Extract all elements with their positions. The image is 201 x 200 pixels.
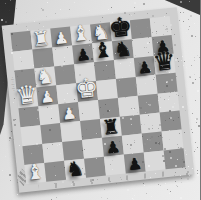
film-grain-dot <box>146 47 147 48</box>
film-grain-dot <box>152 32 153 33</box>
film-grain-dot <box>131 15 132 16</box>
film-grain-dot <box>132 40 133 41</box>
film-grain-dot <box>158 42 160 44</box>
square-d2[interactable] <box>82 138 104 159</box>
film-grain-dot <box>84 173 86 175</box>
film-grain-dot <box>153 39 154 40</box>
square-d8[interactable]: ♝ <box>70 24 92 45</box>
film-grain-dot <box>181 60 182 61</box>
film-grain-dot <box>41 176 42 177</box>
film-grain-dot <box>57 145 58 146</box>
film-grain-dot <box>197 90 199 92</box>
film-grain-dot <box>165 183 166 184</box>
film-grain-dot <box>182 106 184 108</box>
film-grain-dot <box>74 99 75 100</box>
film-grain-dot <box>191 129 192 130</box>
film-grain-dot <box>79 74 81 76</box>
film-grain-dot <box>192 132 193 133</box>
film-grain-dot <box>130 148 131 149</box>
film-grain-dot <box>181 178 182 179</box>
film-grain-dot <box>94 65 95 66</box>
film-grain-dot <box>144 124 145 125</box>
film-grain-dot <box>155 142 157 144</box>
piece-black-rook-e3[interactable]: ♜ <box>101 116 121 138</box>
film-grain-dot <box>111 7 112 8</box>
film-grain-dot <box>188 19 189 20</box>
piece-white-bishop-d8[interactable]: ♝ <box>71 22 92 45</box>
film-grain-dot <box>9 10 10 11</box>
film-grain-dot <box>192 168 193 169</box>
film-grain-dot <box>82 150 83 151</box>
square-d3[interactable] <box>80 119 102 140</box>
film-grain-dot <box>52 144 53 145</box>
film-grain-dot <box>173 120 174 121</box>
square-b2[interactable] <box>42 142 64 163</box>
film-grain-dot <box>98 46 99 47</box>
film-grain-dot <box>21 70 23 72</box>
film-grain-dot <box>129 14 130 15</box>
film-grain-dot <box>34 21 35 22</box>
film-grain-dot <box>134 140 135 141</box>
film-grain-dot <box>198 125 200 127</box>
film-grain-dot <box>133 115 134 116</box>
film-grain-dot <box>130 118 132 120</box>
piece-white-pawn-c8[interactable]: ♟ <box>53 30 69 47</box>
film-grain-dot <box>197 147 198 148</box>
film-grain-dot <box>3 29 4 30</box>
film-grain-dot <box>169 151 171 153</box>
square-c4[interactable]: ♟ <box>58 102 80 123</box>
film-grain-dot <box>58 44 59 45</box>
film-grain-dot <box>145 83 146 84</box>
square-c8[interactable]: ♟ <box>50 27 72 48</box>
film-grain-dot <box>197 55 198 56</box>
film-grain-dot <box>133 199 134 200</box>
film-grain-dot <box>195 149 196 150</box>
film-grain-dot <box>5 3 6 4</box>
film-grain-dot <box>125 45 126 46</box>
film-grain-dot <box>11 137 12 138</box>
piece-white-knight-b6[interactable]: ♞ <box>35 66 55 88</box>
film-grain-dot <box>156 33 157 34</box>
film-grain-dot <box>33 65 34 66</box>
film-grain-dot <box>74 2 75 3</box>
film-grain-dot <box>166 68 167 69</box>
film-grain-dot <box>19 145 20 146</box>
film-grain-dot <box>121 179 122 180</box>
film-grain-dot <box>147 42 149 44</box>
film-grain-dot <box>160 185 161 186</box>
film-grain-dot <box>166 71 167 72</box>
square-f4[interactable] <box>118 96 140 117</box>
piece-black-pawn-d7[interactable]: ♟ <box>75 47 91 64</box>
film-grain-dot <box>82 136 83 137</box>
film-grain-dot <box>103 114 104 115</box>
film-grain-dot <box>141 124 142 125</box>
piece-white-bishop-a1[interactable]: ♝ <box>25 161 46 184</box>
film-grain-dot <box>149 139 151 141</box>
film-grain-dot <box>164 91 165 92</box>
film-grain-dot <box>174 103 175 104</box>
film-grain-dot <box>127 49 128 50</box>
film-grain-dot <box>49 129 51 131</box>
film-grain-dot <box>91 58 93 60</box>
film-grain-dot <box>127 189 129 191</box>
film-grain-dot <box>64 102 66 104</box>
film-grain-dot <box>189 26 190 27</box>
film-grain-dot <box>187 171 189 173</box>
film-grain-dot <box>5 156 6 157</box>
square-e3[interactable]: ♜ <box>100 117 122 138</box>
film-grain-dot <box>112 160 113 161</box>
film-grain-dot <box>196 118 198 120</box>
film-grain-dot <box>191 65 192 66</box>
film-grain-dot <box>144 143 146 145</box>
film-grain-dot <box>162 137 163 138</box>
film-grain-dot <box>26 26 27 27</box>
piece-black-bishop-e7[interactable]: ♝ <box>92 39 113 62</box>
film-grain-dot <box>15 119 16 120</box>
film-grain-dot <box>3 82 4 83</box>
film-grain-dot <box>175 181 176 182</box>
film-grain-dot <box>105 123 106 124</box>
film-grain-dot <box>180 1 182 3</box>
film-grain-dot <box>199 77 200 78</box>
film-grain-dot <box>199 57 200 58</box>
film-grain-dot <box>108 9 109 10</box>
film-grain-dot <box>64 167 65 168</box>
film-grain-dot <box>189 1 190 2</box>
film-grain-dot <box>110 132 111 133</box>
piece-white-pawn-b5[interactable]: ♟ <box>39 89 55 106</box>
square-f7[interactable]: ♞ <box>112 39 134 60</box>
film-grain-dot <box>166 82 167 83</box>
film-grain-dot <box>150 70 151 71</box>
film-grain-dot <box>168 59 170 61</box>
film-grain-dot <box>120 63 121 64</box>
film-grain-dot <box>150 177 151 178</box>
film-grain-dot <box>11 131 12 132</box>
film-grain-dot <box>170 92 171 93</box>
film-grain-dot <box>142 161 144 163</box>
square-h3[interactable] <box>160 111 182 132</box>
film-grain-dot <box>143 183 144 184</box>
film-grain-dot <box>134 13 135 14</box>
film-grain-dot <box>147 139 148 140</box>
chess-photo: ·׀·׀·׀· ♜♟♝♞♚♟♝♞♟♞♟♛♛♟♚♟♜♟♝♞♟ <box>0 0 200 200</box>
film-grain-dot <box>174 175 175 176</box>
film-grain-dot <box>63 63 65 65</box>
film-grain-dot <box>143 3 145 5</box>
square-e1[interactable] <box>104 155 126 176</box>
square-f1[interactable]: ♟ <box>124 153 146 174</box>
film-grain-dot <box>108 77 109 78</box>
square-b6[interactable]: ♞ <box>34 66 56 87</box>
film-grain-dot <box>194 57 195 58</box>
film-grain-dot <box>106 65 107 66</box>
film-grain-dot <box>96 93 97 94</box>
film-grain-dot <box>132 47 133 48</box>
film-grain-dot <box>171 48 172 49</box>
film-grain-dot <box>191 35 193 37</box>
film-grain-dot <box>11 49 13 51</box>
film-grain-dot <box>184 61 185 62</box>
square-f2[interactable] <box>122 134 144 155</box>
film-grain-dot <box>178 61 179 62</box>
film-grain-dot <box>169 139 170 140</box>
film-grain-dot <box>154 74 155 75</box>
film-grain-dot <box>59 144 60 145</box>
square-b4[interactable] <box>38 104 60 125</box>
film-grain-dot <box>112 12 113 13</box>
film-grain-dot <box>47 94 49 96</box>
square-a8[interactable] <box>10 31 32 52</box>
film-grain-dot <box>37 118 38 119</box>
film-grain-dot <box>154 53 155 54</box>
film-grain-dot <box>104 143 106 145</box>
film-grain-dot <box>185 110 186 111</box>
film-grain-dot <box>62 181 64 183</box>
film-grain-dot <box>13 102 14 103</box>
film-grain-dot <box>183 65 184 66</box>
film-grain-dot <box>174 44 176 46</box>
film-grain-dot <box>39 23 40 24</box>
film-grain-dot <box>101 51 102 52</box>
film-grain-dot <box>149 104 151 106</box>
film-grain-dot <box>178 147 179 148</box>
film-grain-dot <box>189 76 191 78</box>
film-grain-dot <box>38 146 39 147</box>
film-grain-dot <box>130 70 131 71</box>
piece-black-pawn-g6[interactable]: ♟ <box>137 59 153 76</box>
film-grain-dot <box>148 52 149 53</box>
square-g3[interactable] <box>140 113 162 134</box>
film-grain-dot <box>169 96 170 97</box>
film-grain-dot <box>182 96 183 97</box>
film-grain-dot <box>174 91 175 92</box>
film-grain-dot <box>73 73 74 74</box>
film-grain-dot <box>37 109 39 111</box>
film-grain-dot <box>129 65 130 66</box>
piece-white-queen-a5[interactable]: ♛ <box>15 81 40 108</box>
film-grain-dot <box>182 167 183 168</box>
film-grain-dot <box>170 117 172 119</box>
square-c1[interactable]: ♞ <box>64 159 86 180</box>
film-grain-dot <box>169 1 170 2</box>
square-b1[interactable] <box>44 161 66 182</box>
film-grain-dot <box>55 49 56 50</box>
film-grain-dot <box>11 33 13 35</box>
film-grain-dot <box>150 148 151 149</box>
film-grain-dot <box>178 117 179 118</box>
film-grain-dot <box>194 151 195 152</box>
film-grain-dot <box>163 25 164 26</box>
film-grain-dot <box>110 164 111 165</box>
film-grain-dot <box>169 130 170 131</box>
film-grain-dot <box>2 170 3 171</box>
film-grain-dot <box>92 179 94 181</box>
film-grain-dot <box>152 128 153 129</box>
film-grain-dot <box>88 96 89 97</box>
film-grain-dot <box>177 186 178 187</box>
square-a1[interactable]: ♝ <box>24 163 46 184</box>
film-grain-dot <box>130 144 132 146</box>
film-grain-dot <box>194 191 195 192</box>
piece-black-pawn-f1[interactable]: ♟ <box>127 156 143 173</box>
film-grain-dot <box>9 174 11 176</box>
film-grain-dot <box>172 106 174 108</box>
film-grain-dot <box>180 175 181 176</box>
square-b3[interactable] <box>40 123 62 144</box>
piece-white-king-d5[interactable]: ♚ <box>74 74 100 102</box>
film-grain-dot <box>166 28 168 30</box>
square-h8[interactable] <box>150 16 172 37</box>
square-a7[interactable] <box>12 50 34 71</box>
film-grain-dot <box>152 125 153 126</box>
film-grain-dot <box>146 102 147 103</box>
square-e7[interactable]: ♝ <box>92 41 114 62</box>
film-grain-dot <box>162 66 163 67</box>
film-grain-dot <box>51 108 52 109</box>
film-grain-dot <box>156 31 157 32</box>
film-grain-dot <box>63 70 64 71</box>
film-grain-dot <box>1 19 3 21</box>
film-grain-dot <box>69 9 70 10</box>
film-grain-dot <box>14 124 16 126</box>
square-a3[interactable] <box>20 125 42 146</box>
film-grain-dot <box>124 12 126 14</box>
film-grain-dot <box>165 120 166 121</box>
film-grain-dot <box>103 70 104 71</box>
film-grain-dot <box>164 115 165 116</box>
film-grain-dot <box>51 199 52 200</box>
film-grain-dot <box>105 26 107 28</box>
film-grain-dot <box>43 26 44 27</box>
film-grain-dot <box>145 112 146 113</box>
film-grain-dot <box>63 40 64 41</box>
film-grain-dot <box>104 189 105 190</box>
square-e2[interactable]: ♟ <box>102 136 124 157</box>
film-grain-dot <box>158 184 159 185</box>
film-grain-dot <box>60 153 61 154</box>
film-grain-dot <box>157 42 158 43</box>
film-grain-dot <box>192 82 194 84</box>
piece-white-pawn-c4[interactable]: ♟ <box>61 105 77 122</box>
film-grain-dot <box>186 67 187 68</box>
film-grain-dot <box>119 80 120 81</box>
piece-black-knight-f7[interactable]: ♞ <box>113 38 133 60</box>
film-grain-dot <box>86 129 87 130</box>
square-h6[interactable]: ♛ <box>154 54 176 75</box>
film-grain-dot <box>64 99 65 100</box>
film-grain-dot <box>131 124 132 125</box>
film-grain-dot <box>158 142 159 143</box>
square-c3[interactable] <box>60 121 82 142</box>
film-grain-dot <box>200 107 201 109</box>
square-d1[interactable] <box>84 157 106 178</box>
film-grain-dot <box>192 113 193 114</box>
film-grain-dot <box>41 8 42 9</box>
film-grain-dot <box>140 107 142 109</box>
film-grain-dot <box>166 85 168 87</box>
square-d7[interactable]: ♟ <box>72 43 94 64</box>
